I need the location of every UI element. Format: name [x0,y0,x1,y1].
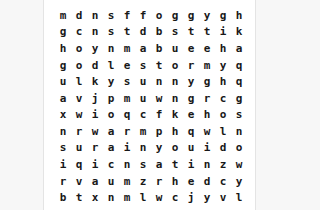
grid-cell[interactable]: r [183,57,199,74]
grid-cell[interactable]: o [71,40,87,57]
grid-cell[interactable]: n [135,140,151,157]
grid-cell[interactable]: d [215,140,231,157]
grid-cell[interactable]: m [119,173,135,190]
grid-cell[interactable]: s [167,24,183,41]
grid-cell[interactable]: v [71,173,87,190]
grid-cell[interactable]: w [199,123,215,140]
grid-cell[interactable]: e [199,40,215,57]
grid-cell[interactable]: i [199,140,215,157]
grid-cell[interactable]: k [87,73,103,90]
grid-cell[interactable]: w [87,123,103,140]
grid-cell[interactable]: c [71,24,87,41]
grid-cell[interactable]: h [199,107,215,124]
grid-cell[interactable]: e [183,173,199,190]
grid-cell[interactable]: v [71,90,87,107]
grid-cell[interactable]: w [151,90,167,107]
grid-cell[interactable]: a [231,40,247,57]
grid-cell[interactable]: l [231,189,247,206]
grid-cell[interactable]: t [199,24,215,41]
grid-cell[interactable]: j [87,90,103,107]
grid-cell[interactable]: i [87,107,103,124]
grid-cell[interactable]: o [103,107,119,124]
grid-cell[interactable]: v [215,189,231,206]
grid-cell[interactable]: l [103,57,119,74]
grid-cell[interactable]: o [215,107,231,124]
grid-cell[interactable]: r [119,123,135,140]
grid-cell[interactable]: i [55,156,71,173]
grid-cell[interactable]: c [135,107,151,124]
grid-cell[interactable]: h [215,40,231,57]
grid-cell[interactable]: u [183,140,199,157]
grid-cell[interactable]: d [135,24,151,41]
grid-cell[interactable]: a [135,40,151,57]
grid-cell[interactable]: n [103,189,119,206]
grid-cell[interactable]: n [103,40,119,57]
grid-cell[interactable]: s [55,140,71,157]
grid-cell[interactable]: s [135,156,151,173]
grid-cell[interactable]: p [103,90,119,107]
grid-cell[interactable]: a [87,173,103,190]
grid-cell[interactable]: y [103,73,119,90]
grid-cell[interactable]: l [71,73,87,90]
grid-cell[interactable]: s [231,107,247,124]
grid-cell[interactable]: i [215,24,231,41]
grid-cell[interactable]: a [151,156,167,173]
grid-cell[interactable]: r [87,140,103,157]
grid-cell[interactable]: u [103,173,119,190]
grid-cell[interactable]: i [87,156,103,173]
grid-cell[interactable]: h [55,40,71,57]
grid-cell[interactable]: g [215,7,231,24]
grid-cell[interactable]: l [135,189,151,206]
grid-cell[interactable]: x [87,189,103,206]
grid-cell[interactable]: q [231,73,247,90]
grid-cell[interactable]: c [215,90,231,107]
grid-cell[interactable]: c [167,189,183,206]
grid-cell[interactable]: w [151,189,167,206]
grid-cell[interactable]: j [183,189,199,206]
grid-cell[interactable]: y [231,173,247,190]
grid-cell[interactable]: n [119,156,135,173]
grid-cell[interactable]: y [215,57,231,74]
grid-cell[interactable]: q [71,156,87,173]
grid-cell[interactable]: b [151,40,167,57]
grid-cell[interactable]: h [215,73,231,90]
grid-cell[interactable]: n [167,73,183,90]
grid-cell[interactable]: m [119,40,135,57]
grid-cell[interactable]: y [199,189,215,206]
grid-cell[interactable]: f [135,7,151,24]
grid-cell[interactable]: p [151,123,167,140]
grid-cell[interactable]: a [55,90,71,107]
grid-cell[interactable]: n [87,7,103,24]
grid-cell[interactable]: b [151,24,167,41]
grid-cell[interactable]: l [215,123,231,140]
grid-cell[interactable]: k [231,24,247,41]
grid-cell[interactable]: y [183,73,199,90]
grid-cell[interactable]: r [151,173,167,190]
grid-cell[interactable]: r [199,90,215,107]
grid-cell[interactable]: t [167,156,183,173]
grid-cell[interactable]: e [119,57,135,74]
grid-cell[interactable]: s [103,7,119,24]
grid-cell[interactable]: o [231,140,247,157]
grid-cell[interactable]: s [119,73,135,90]
grid-cell[interactable]: w [231,156,247,173]
grid-cell[interactable]: g [183,7,199,24]
grid-cell[interactable]: c [103,156,119,173]
grid-cell[interactable]: m [119,90,135,107]
grid-cell[interactable]: e [183,107,199,124]
grid-cell[interactable]: k [167,107,183,124]
grid-cell[interactable]: n [231,123,247,140]
word-search-grid: mdnsffoggyghgcnstdbsttikhoynmabueehagodl… [55,7,247,206]
grid-cell[interactable]: e [183,40,199,57]
grid-cell[interactable]: y [199,7,215,24]
grid-cell[interactable]: h [167,123,183,140]
grid-cell[interactable]: c [215,173,231,190]
grid-cell[interactable]: o [71,57,87,74]
grid-cell[interactable]: m [199,57,215,74]
grid-cell[interactable]: a [103,123,119,140]
grid-cell[interactable]: s [103,24,119,41]
grid-cell[interactable]: h [167,173,183,190]
grid-cell[interactable]: q [231,57,247,74]
grid-cell[interactable]: d [71,7,87,24]
grid-cell[interactable]: z [135,173,151,190]
grid-cell[interactable]: o [151,7,167,24]
grid-cell[interactable]: w [71,107,87,124]
grid-cell[interactable]: u [135,73,151,90]
grid-cell[interactable]: n [151,73,167,90]
grid-cell[interactable]: g [55,24,71,41]
grid-cell[interactable]: f [119,7,135,24]
grid-cell[interactable]: q [183,123,199,140]
grid-cell[interactable]: r [71,123,87,140]
grid-cell[interactable]: y [87,40,103,57]
grid-cell[interactable]: z [215,156,231,173]
grid-cell[interactable]: m [135,123,151,140]
grid-cell[interactable]: m [119,189,135,206]
grid-cell[interactable]: m [55,7,71,24]
grid-cell[interactable]: o [167,140,183,157]
grid-cell[interactable]: h [231,7,247,24]
grid-cell[interactable]: t [183,24,199,41]
grid-cell[interactable]: u [135,90,151,107]
grid-cell[interactable]: u [71,140,87,157]
grid-cell[interactable]: f [151,107,167,124]
grid-cell[interactable]: n [87,24,103,41]
grid-cell[interactable]: n [55,123,71,140]
grid-cell[interactable]: q [119,107,135,124]
grid-cell[interactable]: d [87,57,103,74]
grid-cell[interactable]: g [231,90,247,107]
grid-cell[interactable]: u [167,40,183,57]
grid-cell[interactable]: g [167,7,183,24]
grid-cell[interactable]: y [151,140,167,157]
grid-cell[interactable]: i [119,140,135,157]
grid-cell[interactable]: x [55,107,71,124]
grid-cell[interactable]: n [199,156,215,173]
grid-cell[interactable]: t [119,24,135,41]
grid-cell[interactable]: d [199,173,215,190]
grid-cell[interactable]: t [151,57,167,74]
grid-cell[interactable]: g [183,90,199,107]
grid-cell[interactable]: u [55,73,71,90]
grid-cell[interactable]: s [135,57,151,74]
grid-cell[interactable]: n [167,90,183,107]
grid-cell[interactable]: i [183,156,199,173]
grid-cell[interactable]: t [71,189,87,206]
grid-cell[interactable]: a [103,140,119,157]
grid-cell[interactable]: b [55,189,71,206]
grid-cell[interactable]: o [167,57,183,74]
grid-cell[interactable]: g [55,57,71,74]
grid-cell[interactable]: r [55,173,71,190]
grid-cell[interactable]: g [199,73,215,90]
